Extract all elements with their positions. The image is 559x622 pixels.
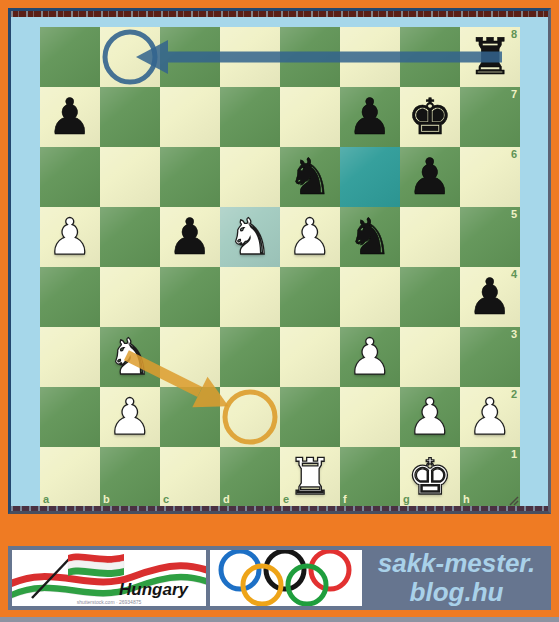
- file-label-d: d: [223, 494, 230, 505]
- olympic-rings-panel: [210, 550, 362, 606]
- white-pawn-f3: ♟: [348, 327, 393, 387]
- board-resize-handle-icon[interactable]: [507, 494, 519, 506]
- white-knight-d5: ♞: [228, 207, 273, 267]
- frame-texture-bottom: [11, 506, 548, 511]
- square-b8[interactable]: [100, 27, 160, 87]
- white-pawn-e5: ♟: [288, 207, 333, 267]
- bottom-edge-strip: [0, 617, 559, 622]
- black-pawn-a7: ♟: [48, 87, 93, 147]
- square-c3[interactable]: [160, 327, 220, 387]
- square-f8[interactable]: [340, 27, 400, 87]
- white-pawn-b2: ♟: [108, 387, 153, 447]
- footer-banner: Hungary shutterstock.com · 26934875 sakk…: [8, 546, 551, 610]
- square-e5[interactable]: ♟: [280, 207, 340, 267]
- square-c2[interactable]: [160, 387, 220, 447]
- file-label-e: e: [283, 494, 289, 505]
- file-label-c: c: [163, 494, 169, 505]
- square-f4[interactable]: [340, 267, 400, 327]
- black-knight-f5: ♞: [348, 207, 393, 267]
- square-a6[interactable]: [40, 147, 100, 207]
- square-d1[interactable]: d: [220, 447, 280, 507]
- square-d2[interactable]: [220, 387, 280, 447]
- square-e7[interactable]: [280, 87, 340, 147]
- file-label-f: f: [343, 494, 347, 505]
- white-king-g1: ♚: [408, 447, 453, 507]
- white-pawn-a5: ♟: [48, 207, 93, 267]
- square-d3[interactable]: [220, 327, 280, 387]
- square-b5[interactable]: [100, 207, 160, 267]
- rank-label-1: 1: [511, 449, 517, 460]
- frame-texture-top: [11, 11, 548, 17]
- square-h3[interactable]: 3: [460, 327, 520, 387]
- square-c5[interactable]: ♟: [160, 207, 220, 267]
- stock-watermark: shutterstock.com · 26934875: [12, 599, 206, 605]
- square-h7[interactable]: 7: [460, 87, 520, 147]
- page: ♜8♟♟♚7♞♟6♟♟♞♟♞5♟4♞♟3♟♟♟2abcd♜ef♚g1h Hung…: [0, 0, 559, 622]
- square-c1[interactable]: c: [160, 447, 220, 507]
- square-f6[interactable]: [340, 147, 400, 207]
- rank-label-5: 5: [511, 209, 517, 220]
- square-g1[interactable]: ♚g: [400, 447, 460, 507]
- square-a1[interactable]: a: [40, 447, 100, 507]
- rank-label-8: 8: [511, 29, 517, 40]
- black-rook-h8: ♜: [468, 27, 513, 87]
- black-knight-e6: ♞: [288, 147, 333, 207]
- square-g3[interactable]: [400, 327, 460, 387]
- black-pawn-f7: ♟: [348, 87, 393, 147]
- square-d8[interactable]: [220, 27, 280, 87]
- square-h8[interactable]: ♜8: [460, 27, 520, 87]
- rank-label-2: 2: [511, 389, 517, 400]
- chess-board[interactable]: ♜8♟♟♚7♞♟6♟♟♞♟♞5♟4♞♟3♟♟♟2abcd♜ef♚g1h: [40, 27, 520, 507]
- file-label-g: g: [403, 494, 410, 505]
- square-c6[interactable]: [160, 147, 220, 207]
- square-b6[interactable]: [100, 147, 160, 207]
- site-url-line1: sakk-mester.: [378, 549, 536, 578]
- white-pawn-g2: ♟: [408, 387, 453, 447]
- black-pawn-c5: ♟: [168, 207, 213, 267]
- rank-label-6: 6: [511, 149, 517, 160]
- square-e1[interactable]: ♜e: [280, 447, 340, 507]
- square-h2[interactable]: ♟2: [460, 387, 520, 447]
- rank-label-7: 7: [511, 89, 517, 100]
- square-f7[interactable]: ♟: [340, 87, 400, 147]
- square-d6[interactable]: [220, 147, 280, 207]
- square-e3[interactable]: [280, 327, 340, 387]
- square-f1[interactable]: f: [340, 447, 400, 507]
- rank-label-3: 3: [511, 329, 517, 340]
- rank-label-4: 4: [511, 269, 517, 280]
- square-h1[interactable]: 1h: [460, 447, 520, 507]
- square-e6[interactable]: ♞: [280, 147, 340, 207]
- square-g4[interactable]: [400, 267, 460, 327]
- black-pawn-h4: ♟: [468, 267, 513, 327]
- square-h5[interactable]: 5: [460, 207, 520, 267]
- square-c8[interactable]: [160, 27, 220, 87]
- square-e4[interactable]: [280, 267, 340, 327]
- square-a5[interactable]: ♟: [40, 207, 100, 267]
- board-area: ♜8♟♟♚7♞♟6♟♟♞♟♞5♟4♞♟3♟♟♟2abcd♜ef♚g1h: [40, 27, 520, 507]
- file-label-h: h: [463, 494, 470, 505]
- square-a8[interactable]: [40, 27, 100, 87]
- white-rook-e1: ♜: [288, 447, 333, 507]
- square-f5[interactable]: ♞: [340, 207, 400, 267]
- white-knight-b3: ♞: [108, 327, 153, 387]
- black-pawn-g6: ♟: [408, 147, 453, 207]
- file-label-b: b: [103, 494, 110, 505]
- hungary-label: Hungary: [12, 580, 188, 600]
- square-b7[interactable]: [100, 87, 160, 147]
- square-f3[interactable]: ♟: [340, 327, 400, 387]
- site-url-line2: blog.hu: [410, 578, 504, 607]
- square-a2[interactable]: [40, 387, 100, 447]
- square-a7[interactable]: ♟: [40, 87, 100, 147]
- square-c7[interactable]: [160, 87, 220, 147]
- white-pawn-h2: ♟: [468, 387, 513, 447]
- square-d7[interactable]: [220, 87, 280, 147]
- file-label-a: a: [43, 494, 49, 505]
- square-c4[interactable]: [160, 267, 220, 327]
- square-g6[interactable]: ♟: [400, 147, 460, 207]
- square-a3[interactable]: [40, 327, 100, 387]
- hungary-logo-panel: Hungary shutterstock.com · 26934875: [12, 550, 206, 606]
- square-d5[interactable]: ♞: [220, 207, 280, 267]
- square-h6[interactable]: 6: [460, 147, 520, 207]
- square-d4[interactable]: [220, 267, 280, 327]
- square-e8[interactable]: [280, 27, 340, 87]
- square-a4[interactable]: [40, 267, 100, 327]
- square-g7[interactable]: ♚: [400, 87, 460, 147]
- square-f2[interactable]: [340, 387, 400, 447]
- square-h4[interactable]: ♟4: [460, 267, 520, 327]
- square-b4[interactable]: [100, 267, 160, 327]
- chess-diagram-panel: ♜8♟♟♚7♞♟6♟♟♞♟♞5♟4♞♟3♟♟♟2abcd♜ef♚g1h: [8, 8, 551, 514]
- square-g8[interactable]: [400, 27, 460, 87]
- site-url: sakk-mester. blog.hu: [366, 550, 547, 606]
- square-b2[interactable]: ♟: [100, 387, 160, 447]
- square-b3[interactable]: ♞: [100, 327, 160, 387]
- square-g2[interactable]: ♟: [400, 387, 460, 447]
- square-g5[interactable]: [400, 207, 460, 267]
- square-e2[interactable]: [280, 387, 340, 447]
- olympic-rings-icon: [210, 550, 362, 606]
- black-king-g7: ♚: [408, 87, 453, 147]
- square-b1[interactable]: b: [100, 447, 160, 507]
